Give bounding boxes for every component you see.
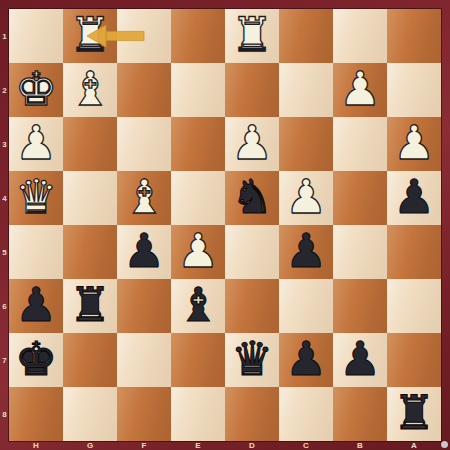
square-f8[interactable] [117,387,171,441]
white-pawn[interactable]: ♟︎ [393,116,435,170]
square-f6[interactable] [117,279,171,333]
black-rook[interactable]: ♜︎ [393,386,435,440]
square-a1[interactable] [387,9,441,63]
white-pawn[interactable]: ♟︎ [15,116,57,170]
white-pawn[interactable]: ♟︎ [339,62,381,116]
square-a7[interactable] [387,333,441,387]
square-f7[interactable] [117,333,171,387]
square-d1[interactable]: ♜︎ [225,9,279,63]
square-g8[interactable] [63,387,117,441]
square-c3[interactable] [279,117,333,171]
rank-label-3: 3 [0,117,9,171]
square-e5[interactable]: ♟︎ [171,225,225,279]
square-e6[interactable]: ♝︎ [171,279,225,333]
square-e7[interactable] [171,333,225,387]
square-d8[interactable] [225,387,279,441]
square-a5[interactable] [387,225,441,279]
black-pawn[interactable]: ♟︎ [15,278,57,332]
square-e3[interactable] [171,117,225,171]
black-pawn[interactable]: ♟︎ [285,224,327,278]
square-b3[interactable] [333,117,387,171]
black-rook[interactable]: ♜︎ [69,278,111,332]
square-c1[interactable] [279,9,333,63]
rank-label-4: 4 [0,171,9,225]
square-g1[interactable]: ♜︎ [63,9,117,63]
file-label-e: E [171,441,225,450]
square-a6[interactable] [387,279,441,333]
chess-board: ♜︎♜︎♚︎♝︎♟︎♟︎♟︎♟︎♛︎♝︎♞︎♟︎♟︎♟︎♟︎♟︎♟︎♜︎♝︎♚︎… [9,9,441,441]
square-f3[interactable] [117,117,171,171]
square-c2[interactable] [279,63,333,117]
rank-label-6: 6 [0,279,9,333]
black-pawn[interactable]: ♟︎ [393,170,435,224]
square-h7[interactable]: ♚︎ [9,333,63,387]
square-c6[interactable] [279,279,333,333]
white-queen[interactable]: ♛︎ [15,170,57,224]
square-b7[interactable]: ♟︎ [333,333,387,387]
rank-label-5: 5 [0,225,9,279]
square-b5[interactable] [333,225,387,279]
square-a8[interactable]: ♜︎ [387,387,441,441]
square-d3[interactable]: ♟︎ [225,117,279,171]
square-d7[interactable]: ♛︎ [225,333,279,387]
white-king[interactable]: ♚︎ [15,62,57,116]
square-c5[interactable]: ♟︎ [279,225,333,279]
square-h4[interactable]: ♛︎ [9,171,63,225]
square-f4[interactable]: ♝︎ [117,171,171,225]
square-c8[interactable] [279,387,333,441]
file-label-f: F [117,441,171,450]
resize-handle-dot[interactable] [441,441,448,448]
white-bishop[interactable]: ♝︎ [123,170,165,224]
black-knight[interactable]: ♞︎ [231,170,273,224]
square-e2[interactable] [171,63,225,117]
rank-label-8: 8 [0,387,9,441]
square-g6[interactable]: ♜︎ [63,279,117,333]
square-e8[interactable] [171,387,225,441]
square-b8[interactable] [333,387,387,441]
file-label-g: G [63,441,117,450]
square-d6[interactable] [225,279,279,333]
white-rook[interactable]: ♜︎ [231,8,273,62]
square-b4[interactable] [333,171,387,225]
black-pawn[interactable]: ♟︎ [123,224,165,278]
square-f1[interactable] [117,9,171,63]
black-queen[interactable]: ♛︎ [231,332,273,386]
black-pawn[interactable]: ♟︎ [285,332,327,386]
square-g5[interactable] [63,225,117,279]
square-d5[interactable] [225,225,279,279]
square-b1[interactable] [333,9,387,63]
white-rook[interactable]: ♜︎ [69,8,111,62]
square-h8[interactable] [9,387,63,441]
rank-label-2: 2 [0,63,9,117]
square-g4[interactable] [63,171,117,225]
square-h6[interactable]: ♟︎ [9,279,63,333]
square-a3[interactable]: ♟︎ [387,117,441,171]
square-d2[interactable] [225,63,279,117]
black-pawn[interactable]: ♟︎ [339,332,381,386]
white-pawn[interactable]: ♟︎ [177,224,219,278]
square-e4[interactable] [171,171,225,225]
square-c7[interactable]: ♟︎ [279,333,333,387]
file-label-d: D [225,441,279,450]
rank-label-7: 7 [0,333,9,387]
white-pawn[interactable]: ♟︎ [285,170,327,224]
square-b2[interactable]: ♟︎ [333,63,387,117]
file-label-a: A [387,441,441,450]
square-e1[interactable] [171,9,225,63]
square-h2[interactable]: ♚︎ [9,63,63,117]
square-a2[interactable] [387,63,441,117]
square-f5[interactable]: ♟︎ [117,225,171,279]
square-g3[interactable] [63,117,117,171]
square-g7[interactable] [63,333,117,387]
square-b6[interactable] [333,279,387,333]
board-frame: ♜︎♜︎♚︎♝︎♟︎♟︎♟︎♟︎♛︎♝︎♞︎♟︎♟︎♟︎♟︎♟︎♟︎♜︎♝︎♚︎… [0,0,450,450]
square-h5[interactable] [9,225,63,279]
square-g2[interactable]: ♝︎ [63,63,117,117]
square-d4[interactable]: ♞︎ [225,171,279,225]
file-label-c: C [279,441,333,450]
square-f2[interactable] [117,63,171,117]
square-a4[interactable]: ♟︎ [387,171,441,225]
file-label-h: H [9,441,63,450]
white-bishop[interactable]: ♝︎ [69,62,111,116]
black-king[interactable]: ♚︎ [15,332,57,386]
white-pawn[interactable]: ♟︎ [231,116,273,170]
square-c4[interactable]: ♟︎ [279,171,333,225]
square-h1[interactable] [9,9,63,63]
file-label-b: B [333,441,387,450]
rank-label-1: 1 [0,9,9,63]
black-bishop[interactable]: ♝︎ [177,278,219,332]
square-h3[interactable]: ♟︎ [9,117,63,171]
